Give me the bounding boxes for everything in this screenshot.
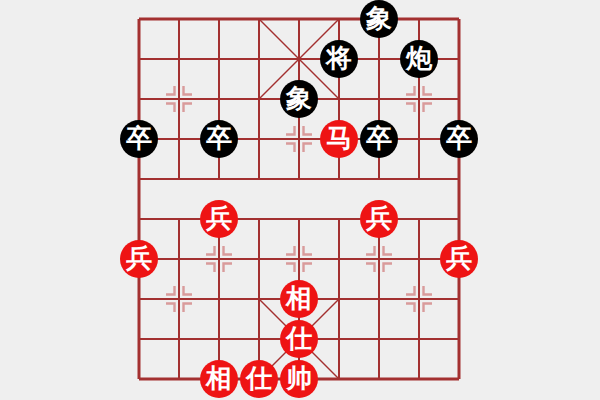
board-point-8-4 <box>439 159 479 199</box>
board-point-6-2 <box>359 79 399 119</box>
xiangqi-board: 象将炮象卒卒马卒卒兵兵兵兵相仕相仕帅 <box>0 0 600 400</box>
board-point-0-2 <box>119 79 159 119</box>
board-point-4-1 <box>279 39 319 79</box>
board-point-5-9 <box>319 359 359 399</box>
board-point-2-3: 卒 <box>199 119 239 159</box>
board-point-7-1: 炮 <box>399 39 439 79</box>
board-point-8-2 <box>439 79 479 119</box>
board-point-2-5: 兵 <box>199 199 239 239</box>
board-point-7-8 <box>399 319 439 359</box>
board-point-6-9 <box>359 359 399 399</box>
red-soldier-piece[interactable]: 兵 <box>360 200 398 238</box>
red-elephant-piece[interactable]: 相 <box>200 360 238 398</box>
board-point-2-8 <box>199 319 239 359</box>
board-point-8-7 <box>439 279 479 319</box>
board-point-5-3: 马 <box>319 119 359 159</box>
board-point-3-6 <box>239 239 279 279</box>
board-grid: 象将炮象卒卒马卒卒兵兵兵兵相仕相仕帅 <box>119 0 479 399</box>
black-elephant-piece[interactable]: 象 <box>360 0 398 38</box>
board-point-0-7 <box>119 279 159 319</box>
board-point-5-8 <box>319 319 359 359</box>
board-point-8-1 <box>439 39 479 79</box>
board-point-2-2 <box>199 79 239 119</box>
black-cannon-piece[interactable]: 炮 <box>400 40 438 78</box>
board-point-1-0 <box>159 0 199 39</box>
board-point-8-5 <box>439 199 479 239</box>
board-point-2-0 <box>199 0 239 39</box>
board-point-7-9 <box>399 359 439 399</box>
board-point-6-0: 象 <box>359 0 399 39</box>
board-point-0-3: 卒 <box>119 119 159 159</box>
board-point-8-6: 兵 <box>439 239 479 279</box>
board-point-2-4 <box>199 159 239 199</box>
board-point-0-1 <box>119 39 159 79</box>
board-point-8-0 <box>439 0 479 39</box>
board-point-6-5: 兵 <box>359 199 399 239</box>
board-point-5-2 <box>319 79 359 119</box>
red-soldier-piece[interactable]: 兵 <box>440 240 478 278</box>
board-point-3-7 <box>239 279 279 319</box>
black-soldier-piece[interactable]: 卒 <box>360 120 398 158</box>
board-point-5-7 <box>319 279 359 319</box>
board-point-4-7: 相 <box>279 279 319 319</box>
board-point-7-2 <box>399 79 439 119</box>
board-point-3-2 <box>239 79 279 119</box>
board-point-4-3 <box>279 119 319 159</box>
board-point-1-3 <box>159 119 199 159</box>
board-point-7-4 <box>399 159 439 199</box>
board-point-7-6 <box>399 239 439 279</box>
board-point-8-9 <box>439 359 479 399</box>
board-point-4-4 <box>279 159 319 199</box>
board-point-1-5 <box>159 199 199 239</box>
board-point-1-9 <box>159 359 199 399</box>
board-point-4-6 <box>279 239 319 279</box>
red-general-piece[interactable]: 帅 <box>280 360 318 398</box>
board-point-3-5 <box>239 199 279 239</box>
board-point-1-7 <box>159 279 199 319</box>
black-elephant-piece[interactable]: 象 <box>280 80 318 118</box>
board-point-8-3: 卒 <box>439 119 479 159</box>
board-point-0-9 <box>119 359 159 399</box>
board-point-0-5 <box>119 199 159 239</box>
red-horse-piece[interactable]: 马 <box>320 120 358 158</box>
board-point-3-0 <box>239 0 279 39</box>
board-point-0-6: 兵 <box>119 239 159 279</box>
board-point-2-7 <box>199 279 239 319</box>
board-point-3-8 <box>239 319 279 359</box>
board-point-2-1 <box>199 39 239 79</box>
board-point-4-8: 仕 <box>279 319 319 359</box>
board-point-6-6 <box>359 239 399 279</box>
board-point-5-4 <box>319 159 359 199</box>
board-point-1-1 <box>159 39 199 79</box>
board-point-0-0 <box>119 0 159 39</box>
board-point-4-9: 帅 <box>279 359 319 399</box>
board-point-6-1 <box>359 39 399 79</box>
board-point-3-1 <box>239 39 279 79</box>
board-point-5-5 <box>319 199 359 239</box>
red-advisor-piece[interactable]: 仕 <box>280 320 318 358</box>
board-point-6-7 <box>359 279 399 319</box>
board-point-2-9: 相 <box>199 359 239 399</box>
board-point-1-6 <box>159 239 199 279</box>
board-point-1-4 <box>159 159 199 199</box>
board-point-6-8 <box>359 319 399 359</box>
board-point-4-5 <box>279 199 319 239</box>
board-point-1-2 <box>159 79 199 119</box>
red-advisor-piece[interactable]: 仕 <box>240 360 278 398</box>
board-point-7-0 <box>399 0 439 39</box>
board-point-4-2: 象 <box>279 79 319 119</box>
black-soldier-piece[interactable]: 卒 <box>120 120 158 158</box>
red-elephant-piece[interactable]: 相 <box>280 280 318 318</box>
board-point-0-4 <box>119 159 159 199</box>
red-soldier-piece[interactable]: 兵 <box>200 200 238 238</box>
board-point-5-1: 将 <box>319 39 359 79</box>
board-point-6-3: 卒 <box>359 119 399 159</box>
board-point-2-6 <box>199 239 239 279</box>
board-point-3-3 <box>239 119 279 159</box>
board-point-7-3 <box>399 119 439 159</box>
black-soldier-piece[interactable]: 卒 <box>440 120 478 158</box>
red-soldier-piece[interactable]: 兵 <box>120 240 158 278</box>
board-point-5-0 <box>319 0 359 39</box>
board-point-8-8 <box>439 319 479 359</box>
board-point-5-6 <box>319 239 359 279</box>
board-point-0-8 <box>119 319 159 359</box>
black-general-piece[interactable]: 将 <box>320 40 358 78</box>
black-soldier-piece[interactable]: 卒 <box>200 120 238 158</box>
board-point-3-9: 仕 <box>239 359 279 399</box>
board-point-4-0 <box>279 0 319 39</box>
board-point-7-5 <box>399 199 439 239</box>
board-point-7-7 <box>399 279 439 319</box>
board-point-3-4 <box>239 159 279 199</box>
board-point-6-4 <box>359 159 399 199</box>
board-point-1-8 <box>159 319 199 359</box>
